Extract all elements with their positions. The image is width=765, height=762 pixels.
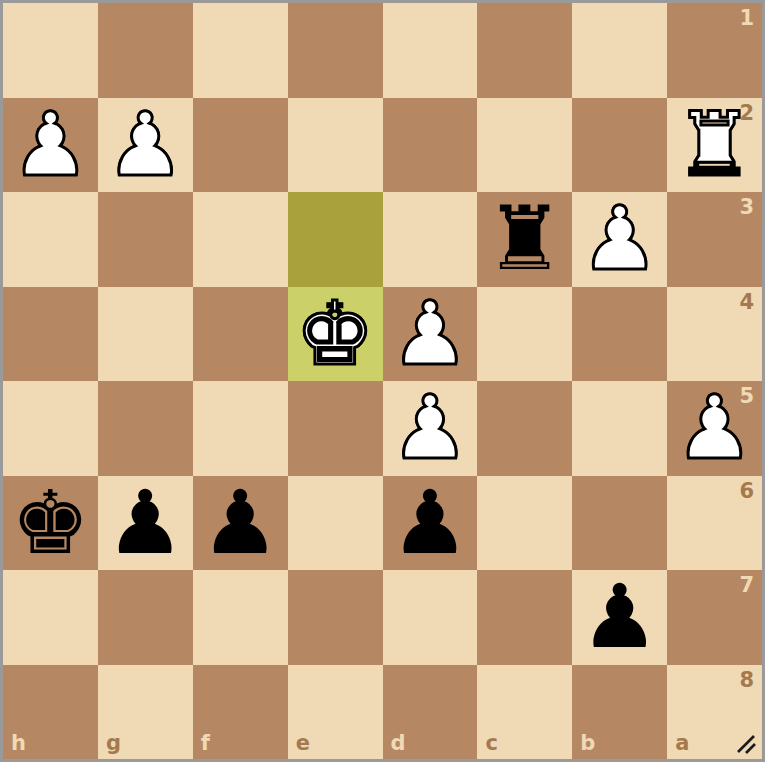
square-h5[interactable] — [3, 381, 98, 476]
rank-label-1: 1 — [739, 8, 754, 29]
piece-wP-g2: ♟ — [106, 101, 185, 189]
square-d6[interactable]: ♟ — [383, 476, 478, 571]
square-g8[interactable]: g — [98, 665, 193, 760]
square-h2[interactable]: ♟ — [3, 98, 98, 193]
chess-board-container: 1♟♟♜2♜♟3♚♟4♟♟5♚♟♟♟6♟7hgfedcb8a — [0, 0, 765, 762]
square-a3[interactable]: 3 — [667, 192, 762, 287]
rank-label-5: 5 — [739, 386, 754, 407]
square-e2[interactable] — [288, 98, 383, 193]
square-b1[interactable] — [572, 3, 667, 98]
rank-label-4: 4 — [739, 292, 754, 313]
rank-label-2: 2 — [739, 103, 754, 124]
square-g6[interactable]: ♟ — [98, 476, 193, 571]
square-f7[interactable] — [193, 570, 288, 665]
square-f6[interactable]: ♟ — [193, 476, 288, 571]
file-label-f: f — [201, 733, 210, 754]
piece-wP-h2: ♟ — [11, 101, 90, 189]
square-a4[interactable]: 4 — [667, 287, 762, 382]
square-a6[interactable]: 6 — [667, 476, 762, 571]
file-label-g: g — [106, 733, 121, 754]
square-g2[interactable]: ♟ — [98, 98, 193, 193]
square-g7[interactable] — [98, 570, 193, 665]
square-g5[interactable] — [98, 381, 193, 476]
square-f8[interactable]: f — [193, 665, 288, 760]
square-f5[interactable] — [193, 381, 288, 476]
piece-wP-d5: ♟ — [390, 384, 469, 472]
square-e5[interactable] — [288, 381, 383, 476]
square-d5[interactable]: ♟ — [383, 381, 478, 476]
square-h8[interactable]: h — [3, 665, 98, 760]
square-f1[interactable] — [193, 3, 288, 98]
file-label-d: d — [391, 733, 406, 754]
square-h4[interactable] — [3, 287, 98, 382]
square-h7[interactable] — [3, 570, 98, 665]
square-c3[interactable]: ♜ — [477, 192, 572, 287]
square-e7[interactable] — [288, 570, 383, 665]
piece-wP-d4: ♟ — [390, 290, 469, 378]
piece-bR-c3: ♜ — [485, 195, 564, 283]
square-h6[interactable]: ♚ — [3, 476, 98, 571]
square-c2[interactable] — [477, 98, 572, 193]
piece-bP-b7: ♟ — [580, 573, 659, 661]
square-a7[interactable]: 7 — [667, 570, 762, 665]
rank-label-7: 7 — [739, 575, 754, 596]
piece-wK-e4: ♚ — [296, 290, 375, 378]
file-label-h: h — [11, 733, 26, 754]
square-c4[interactable] — [477, 287, 572, 382]
square-a2[interactable]: ♜2 — [667, 98, 762, 193]
square-f3[interactable] — [193, 192, 288, 287]
square-b5[interactable] — [572, 381, 667, 476]
square-g3[interactable] — [98, 192, 193, 287]
square-d2[interactable] — [383, 98, 478, 193]
piece-wR-a2: ♜ — [675, 101, 754, 189]
square-c7[interactable] — [477, 570, 572, 665]
rank-label-6: 6 — [739, 481, 754, 502]
square-h1[interactable] — [3, 3, 98, 98]
piece-wP-a5: ♟ — [675, 384, 754, 472]
square-e1[interactable] — [288, 3, 383, 98]
rank-label-3: 3 — [739, 197, 754, 218]
square-b6[interactable] — [572, 476, 667, 571]
square-d1[interactable] — [383, 3, 478, 98]
square-e8[interactable]: e — [288, 665, 383, 760]
square-g1[interactable] — [98, 3, 193, 98]
square-e4[interactable]: ♚ — [288, 287, 383, 382]
square-b7[interactable]: ♟ — [572, 570, 667, 665]
piece-bP-f6: ♟ — [201, 479, 280, 567]
square-f4[interactable] — [193, 287, 288, 382]
square-b8[interactable]: b — [572, 665, 667, 760]
square-b4[interactable] — [572, 287, 667, 382]
square-f2[interactable] — [193, 98, 288, 193]
piece-wP-b3: ♟ — [580, 195, 659, 283]
file-label-e: e — [296, 733, 310, 754]
piece-bP-d6: ♟ — [390, 479, 469, 567]
square-d8[interactable]: d — [383, 665, 478, 760]
square-c1[interactable] — [477, 3, 572, 98]
piece-bK-h6: ♚ — [11, 479, 90, 567]
piece-bP-g6: ♟ — [106, 479, 185, 567]
rank-label-8: 8 — [739, 670, 754, 691]
file-label-a: a — [675, 733, 689, 754]
square-g4[interactable] — [98, 287, 193, 382]
square-e3[interactable] — [288, 192, 383, 287]
square-d3[interactable] — [383, 192, 478, 287]
chess-board: 1♟♟♜2♜♟3♚♟4♟♟5♚♟♟♟6♟7hgfedcb8a — [3, 3, 762, 759]
resize-grip-icon[interactable] — [733, 731, 757, 755]
square-c5[interactable] — [477, 381, 572, 476]
square-d4[interactable]: ♟ — [383, 287, 478, 382]
square-e6[interactable] — [288, 476, 383, 571]
square-b2[interactable] — [572, 98, 667, 193]
square-c8[interactable]: c — [477, 665, 572, 760]
file-label-c: c — [485, 733, 497, 754]
square-d7[interactable] — [383, 570, 478, 665]
square-h3[interactable] — [3, 192, 98, 287]
file-label-b: b — [580, 733, 595, 754]
square-c6[interactable] — [477, 476, 572, 571]
square-a5[interactable]: ♟5 — [667, 381, 762, 476]
square-a1[interactable]: 1 — [667, 3, 762, 98]
square-b3[interactable]: ♟ — [572, 192, 667, 287]
